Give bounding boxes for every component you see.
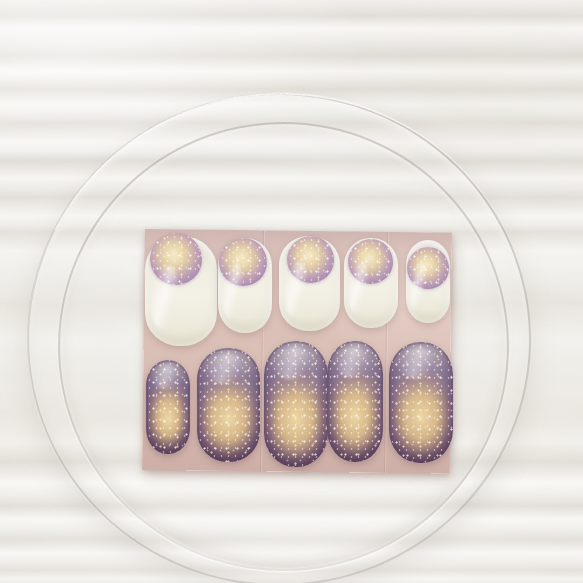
- nail-top-1: [145, 236, 217, 346]
- nail-bottom-3: [264, 341, 328, 467]
- photo-scene: [0, 0, 583, 583]
- nail-top-5: [406, 240, 450, 323]
- nail-bottom-2: [197, 348, 260, 462]
- nail-top-2: [218, 238, 272, 333]
- nail-bottom-1: [146, 360, 190, 454]
- nail-bottom-5: [389, 342, 453, 463]
- nail-bottom-4: [327, 341, 383, 462]
- nail-top-3: [279, 236, 340, 331]
- nail-top-4: [344, 238, 398, 328]
